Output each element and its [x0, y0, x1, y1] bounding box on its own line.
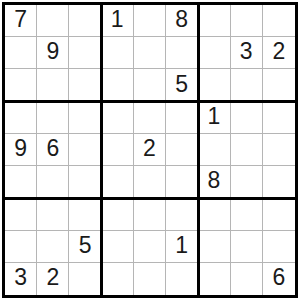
cell-r6c3[interactable] [69, 166, 101, 198]
cell-r4c3[interactable] [69, 102, 101, 134]
cell-r7c1[interactable] [5, 198, 37, 230]
cell-r4c5[interactable] [134, 102, 166, 134]
cell-r7c2[interactable] [37, 198, 69, 230]
cell-r5c2[interactable]: 6 [37, 134, 69, 166]
cell-r3c9[interactable] [263, 69, 295, 101]
cell-r3c4[interactable] [102, 69, 134, 101]
cell-r2c1[interactable] [5, 37, 37, 69]
cell-r9c9[interactable]: 6 [263, 263, 295, 295]
cell-r3c5[interactable] [134, 69, 166, 101]
cell-r5c4[interactable] [102, 134, 134, 166]
cell-r6c6[interactable] [166, 166, 198, 198]
cell-r1c6[interactable]: 8 [166, 5, 198, 37]
cell-r3c1[interactable] [5, 69, 37, 101]
cell-r4c9[interactable] [263, 102, 295, 134]
cell-r7c8[interactable] [231, 198, 263, 230]
cell-r5c8[interactable] [231, 134, 263, 166]
cell-r6c7[interactable]: 8 [198, 166, 230, 198]
cell-r5c1[interactable]: 9 [5, 134, 37, 166]
cell-r4c6[interactable] [166, 102, 198, 134]
cell-r9c6[interactable] [166, 263, 198, 295]
cell-r3c2[interactable] [37, 69, 69, 101]
cell-r2c6[interactable] [166, 37, 198, 69]
cell-r1c2[interactable] [37, 5, 69, 37]
cell-r6c1[interactable] [5, 166, 37, 198]
cell-r9c5[interactable] [134, 263, 166, 295]
cell-r4c7[interactable]: 1 [198, 102, 230, 134]
cell-r8c1[interactable] [5, 231, 37, 263]
cell-r9c4[interactable] [102, 263, 134, 295]
cell-r3c6[interactable]: 5 [166, 69, 198, 101]
cell-r2c9[interactable]: 2 [263, 37, 295, 69]
cell-r8c6[interactable]: 1 [166, 231, 198, 263]
cell-r8c9[interactable] [263, 231, 295, 263]
cell-r6c9[interactable] [263, 166, 295, 198]
cell-r2c4[interactable] [102, 37, 134, 69]
cell-r1c5[interactable] [134, 5, 166, 37]
cell-r7c4[interactable] [102, 198, 134, 230]
sudoku-page: 71893251962851326 [0, 0, 300, 300]
cell-r1c1[interactable]: 7 [5, 5, 37, 37]
cell-r7c9[interactable] [263, 198, 295, 230]
cell-r8c7[interactable] [198, 231, 230, 263]
cell-r1c4[interactable]: 1 [102, 5, 134, 37]
cell-r9c8[interactable] [231, 263, 263, 295]
cell-r6c5[interactable] [134, 166, 166, 198]
cell-r4c8[interactable] [231, 102, 263, 134]
cell-r5c3[interactable] [69, 134, 101, 166]
cell-r1c3[interactable] [69, 5, 101, 37]
cell-r6c4[interactable] [102, 166, 134, 198]
cell-r1c7[interactable] [198, 5, 230, 37]
cell-r1c9[interactable] [263, 5, 295, 37]
cell-r9c7[interactable] [198, 263, 230, 295]
cell-r8c3[interactable]: 5 [69, 231, 101, 263]
cell-r9c1[interactable]: 3 [5, 263, 37, 295]
cell-r3c7[interactable] [198, 69, 230, 101]
cell-r2c7[interactable] [198, 37, 230, 69]
cell-r1c8[interactable] [231, 5, 263, 37]
cell-r2c2[interactable]: 9 [37, 37, 69, 69]
cell-r9c3[interactable] [69, 263, 101, 295]
cell-r3c8[interactable] [231, 69, 263, 101]
cell-r7c3[interactable] [69, 198, 101, 230]
cell-r2c8[interactable]: 3 [231, 37, 263, 69]
cell-r8c4[interactable] [102, 231, 134, 263]
cell-r6c2[interactable] [37, 166, 69, 198]
cell-r6c8[interactable] [231, 166, 263, 198]
sudoku-grid: 71893251962851326 [5, 5, 295, 295]
cell-r5c6[interactable] [166, 134, 198, 166]
cell-r7c6[interactable] [166, 198, 198, 230]
cell-r9c2[interactable]: 2 [37, 263, 69, 295]
cell-r7c5[interactable] [134, 198, 166, 230]
cell-r5c5[interactable]: 2 [134, 134, 166, 166]
sudoku-board: 71893251962851326 [2, 2, 298, 298]
cell-r8c8[interactable] [231, 231, 263, 263]
cell-r5c9[interactable] [263, 134, 295, 166]
cell-r2c3[interactable] [69, 37, 101, 69]
cell-r2c5[interactable] [134, 37, 166, 69]
cell-r4c2[interactable] [37, 102, 69, 134]
cell-r4c1[interactable] [5, 102, 37, 134]
cell-r8c2[interactable] [37, 231, 69, 263]
cell-r8c5[interactable] [134, 231, 166, 263]
cell-r7c7[interactable] [198, 198, 230, 230]
cell-r5c7[interactable] [198, 134, 230, 166]
cell-r4c4[interactable] [102, 102, 134, 134]
cell-r3c3[interactable] [69, 69, 101, 101]
